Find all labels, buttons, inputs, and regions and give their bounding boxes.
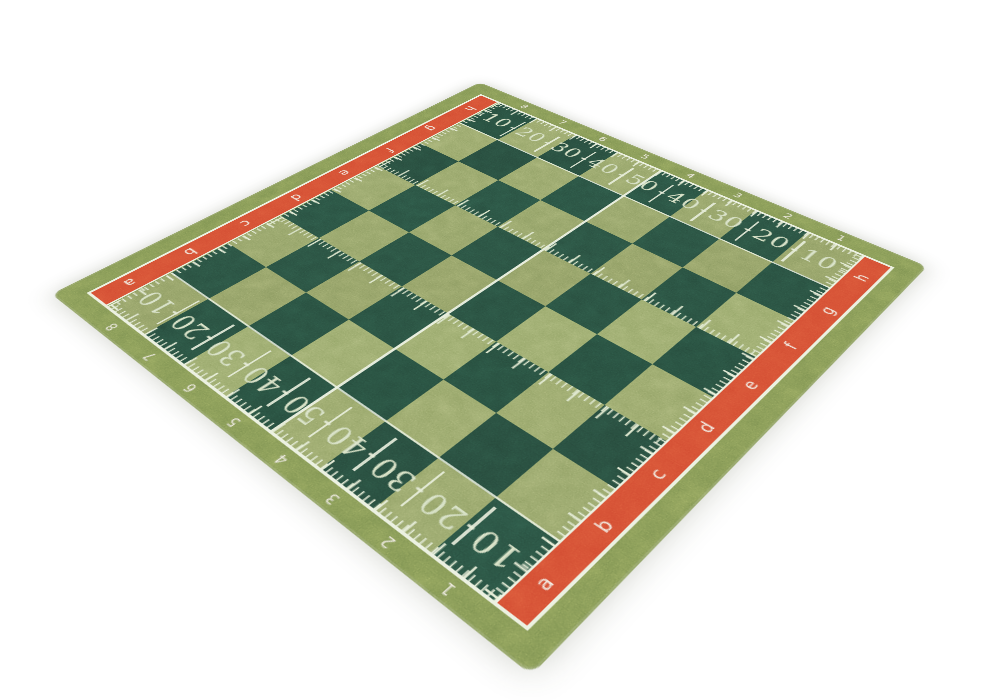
rank-label-west-6: 6: [177, 379, 204, 398]
rank-label-west-2: 2: [372, 529, 404, 555]
chessboard-mat: abcdefgh abcdefgh 102030405040302010 102…: [51, 82, 927, 675]
rank-label-west-3: 3: [317, 487, 348, 510]
rank-label-west-4: 4: [266, 448, 296, 470]
field-frame: abcdefgh abcdefgh 102030405040302010 102…: [86, 94, 894, 631]
rank-label-west-8: 8: [99, 319, 124, 335]
rank-label-west-7: 7: [137, 348, 163, 365]
product-render-scene: abcdefgh abcdefgh 102030405040302010 102…: [0, 0, 1000, 700]
rank-label-west-5: 5: [220, 412, 248, 432]
board-grid: 102030405040302010 102030405040302010: [108, 103, 863, 601]
